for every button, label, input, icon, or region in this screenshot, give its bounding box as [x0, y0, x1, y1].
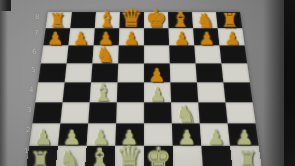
square-c3 [88, 102, 117, 123]
square-e8: ♚ [144, 12, 169, 28]
square-c5 [91, 64, 118, 83]
square-b8 [70, 12, 96, 28]
white-rook-a1: ♜ [26, 148, 56, 166]
square-b6 [67, 46, 94, 64]
square-g1 [201, 146, 232, 166]
rank-label-7: 7 [34, 29, 38, 37]
square-a8: ♜ [46, 12, 72, 28]
square-g4 [197, 82, 226, 102]
square-h8: ♜ [216, 12, 242, 28]
square-g2: ♟ [200, 123, 230, 145]
white-rook-h1: ♜ [233, 148, 263, 166]
rank-label-6: 6 [32, 48, 36, 56]
left-edge-shade [0, 0, 8, 166]
square-c1: ♝ [85, 146, 115, 166]
chess-board: ♜♝♛♚♝♞♜♟♟♟♟♟♟♟♞♟♝♟♞♟♟♟♟♟♟♟♜♞♝♛♚♜ [26, 12, 262, 166]
black-bishop-c8: ♝ [95, 9, 120, 31]
screen-right-border [284, 0, 295, 166]
rank-label-4: 4 [29, 86, 33, 94]
rank-label-1: 1 [24, 147, 28, 155]
square-b7: ♟ [68, 28, 94, 45]
square-a7: ♟ [43, 28, 70, 45]
square-g8: ♞ [192, 12, 218, 28]
square-f8: ♝ [168, 12, 193, 28]
square-f5 [170, 64, 197, 83]
white-knight-b1: ♞ [55, 147, 85, 166]
square-e7 [144, 28, 169, 45]
square-d2: ♟ [115, 123, 144, 145]
square-d3 [116, 102, 144, 123]
square-c4: ♝ [90, 82, 118, 102]
square-a6 [41, 46, 69, 64]
square-a3 [32, 102, 62, 123]
square-b1: ♞ [56, 146, 87, 166]
square-a4 [35, 82, 64, 102]
square-a5 [38, 64, 66, 83]
square-h5 [221, 64, 249, 83]
square-d8: ♛ [119, 12, 144, 28]
square-a2: ♟ [29, 123, 60, 145]
square-b2: ♟ [58, 123, 88, 145]
square-b3 [60, 102, 89, 123]
black-knight-g8: ♞ [193, 10, 218, 31]
square-f3: ♞ [171, 102, 200, 123]
square-e3 [144, 102, 172, 123]
square-d5 [118, 64, 144, 83]
square-d6 [118, 46, 144, 64]
square-e6 [144, 46, 170, 64]
square-f1 [173, 146, 203, 166]
square-h3 [225, 102, 255, 123]
black-knight-c6: ♞ [92, 44, 118, 66]
square-d1: ♛ [115, 146, 144, 166]
square-d7: ♟ [119, 28, 144, 45]
square-e5: ♟ [144, 64, 170, 83]
white-bishop-c1: ♝ [85, 146, 115, 166]
square-e2 [144, 123, 173, 145]
black-bishop-f8: ♝ [169, 9, 194, 31]
square-c2: ♟ [87, 123, 116, 145]
square-c8: ♝ [95, 12, 120, 28]
white-king-e1: ♚ [144, 144, 174, 166]
rank-label-3: 3 [27, 106, 31, 114]
square-h1: ♜ [230, 146, 262, 166]
square-b5 [65, 64, 93, 83]
square-g6 [194, 46, 221, 64]
square-g5 [196, 64, 224, 83]
square-g3 [198, 102, 227, 123]
square-g7: ♟ [193, 28, 219, 45]
white-bishop-c4: ♝ [90, 81, 117, 105]
square-f7: ♟ [169, 28, 195, 45]
black-queen-d8: ♛ [119, 6, 144, 31]
white-queen-d1: ♛ [114, 142, 144, 166]
square-c6: ♞ [92, 46, 118, 64]
square-h7: ♟ [218, 28, 245, 45]
square-h2: ♟ [228, 123, 259, 145]
square-f2: ♟ [172, 123, 201, 145]
square-f4 [170, 82, 198, 102]
black-king-e8: ♚ [144, 7, 169, 31]
square-e1: ♚ [144, 146, 173, 166]
square-d4 [117, 82, 144, 102]
square-e4: ♟ [144, 82, 171, 102]
video-frame: ♜♝♛♚♝♞♜♟♟♟♟♟♟♟♞♟♝♟♞♟♟♟♟♟♟♟♜♞♝♛♚♜ 8765432… [0, 0, 295, 166]
square-b4 [63, 82, 92, 102]
square-h4 [223, 82, 252, 102]
square-f6 [169, 46, 195, 64]
rank-label-5: 5 [31, 66, 35, 74]
square-a1: ♜ [26, 146, 58, 166]
rank-label-8: 8 [35, 13, 39, 21]
square-c7: ♟ [94, 28, 120, 45]
rank-label-2: 2 [26, 126, 30, 134]
square-h6 [220, 46, 248, 64]
